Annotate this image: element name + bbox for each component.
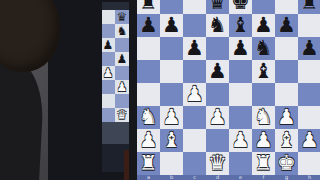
white-pawn: ♟ (208, 106, 227, 129)
square-b3[interactable]: ♟ (160, 106, 183, 129)
square-c3 (102, 80, 115, 94)
square-d2 (115, 94, 129, 108)
white-pawn: ♟ (277, 106, 296, 129)
square-b5[interactable] (160, 60, 183, 83)
square-h4[interactable] (298, 83, 320, 106)
square-c7 (102, 24, 115, 38)
square-h6[interactable]: ♟ (298, 37, 320, 60)
square-g7[interactable]: ♟ (275, 14, 298, 37)
square-g4[interactable] (275, 83, 298, 106)
white-pawn: ♟ (139, 129, 158, 152)
black-pawn: ♟ (139, 14, 158, 37)
square-e5[interactable] (229, 60, 252, 83)
black-pawn: ♟ (162, 14, 181, 37)
square-h1[interactable] (298, 152, 320, 175)
square-c6[interactable]: ♟ (183, 37, 206, 60)
square-d8[interactable]: ♛ (206, 0, 229, 14)
black-pawn: ♟ (254, 14, 273, 37)
black-knight: ♞ (208, 14, 227, 37)
square-e1[interactable] (229, 152, 252, 175)
square-c4: ♟ (102, 66, 115, 80)
black-pawn: ♟ (103, 38, 114, 52)
square-f2[interactable]: ♟ (252, 129, 275, 152)
square-e6[interactable]: ♟ (229, 37, 252, 60)
white-pawn: ♟ (103, 66, 114, 80)
square-c8 (102, 10, 115, 24)
square-g1[interactable]: ♚ (275, 152, 298, 175)
file-label-g: g (275, 175, 298, 180)
white-pawn: ♟ (185, 83, 204, 106)
white-pawn: ♟ (231, 129, 250, 152)
white-rook: ♜ (139, 152, 158, 175)
square-d6 (115, 38, 129, 52)
video-frame: ♜♛♚♜♟♟♞♝♟♟♟♟♞♟♟♝♟♞♟♟♞♟♟♝♟♟♝♟♜♛♜♚ ♜♛♚♜♟♟♞… (0, 0, 320, 180)
black-pawn: ♟ (231, 37, 250, 60)
square-g5[interactable] (275, 60, 298, 83)
white-queen: ♛ (208, 152, 227, 175)
square-g2[interactable]: ♝ (275, 129, 298, 152)
square-d4[interactable] (206, 83, 229, 106)
square-a4[interactable] (137, 83, 160, 106)
square-c4[interactable]: ♟ (183, 83, 206, 106)
presenter-monitor: ♜♛♚♜♟♟♞♝♟♟♟♟♞♟♟♝♟♞♟♟♞♟♟♝♟♟♝♟♜♛♜♚ (48, 0, 132, 180)
square-b7[interactable]: ♟ (160, 14, 183, 37)
square-f3[interactable]: ♞ (252, 106, 275, 129)
square-g8[interactable] (275, 0, 298, 14)
square-f1[interactable]: ♜ (252, 152, 275, 175)
white-bishop: ♝ (162, 129, 181, 152)
square-a5[interactable] (137, 60, 160, 83)
square-d3: ♟ (115, 80, 129, 94)
square-b2[interactable]: ♝ (160, 129, 183, 152)
white-pawn: ♟ (162, 106, 181, 129)
square-h3[interactable] (298, 106, 320, 129)
square-b1[interactable] (160, 152, 183, 175)
square-f5[interactable]: ♝ (252, 60, 275, 83)
square-h7[interactable] (298, 14, 320, 37)
white-knight: ♞ (139, 106, 158, 129)
square-c5[interactable] (183, 60, 206, 83)
square-b4[interactable] (160, 83, 183, 106)
square-e4[interactable] (229, 83, 252, 106)
black-pawn: ♟ (208, 60, 227, 83)
square-a6[interactable] (137, 37, 160, 60)
square-f4[interactable] (252, 83, 275, 106)
square-c7[interactable] (183, 14, 206, 37)
file-coordinates-strip: abcdefgh (137, 175, 320, 180)
square-c2 (102, 94, 115, 108)
file-label-f: f (252, 175, 275, 180)
black-knight: ♞ (254, 37, 273, 60)
square-f6[interactable]: ♞ (252, 37, 275, 60)
square-a8[interactable]: ♜ (137, 0, 160, 14)
square-d2[interactable] (206, 129, 229, 152)
square-f8[interactable] (252, 0, 275, 14)
black-bishop: ♝ (254, 60, 273, 83)
square-d4 (115, 66, 129, 80)
white-pawn: ♟ (254, 129, 273, 152)
square-d7[interactable]: ♞ (206, 14, 229, 37)
square-g3[interactable]: ♟ (275, 106, 298, 129)
black-pawn: ♟ (185, 37, 204, 60)
square-d3[interactable]: ♟ (206, 106, 229, 129)
square-h8[interactable]: ♜ (298, 0, 320, 14)
square-c1[interactable] (183, 152, 206, 175)
file-label-a: a (137, 175, 160, 180)
file-label-d: d (206, 175, 229, 180)
white-rook: ♜ (254, 152, 273, 175)
black-queen: ♛ (208, 0, 227, 14)
black-king: ♚ (231, 0, 250, 14)
black-knight: ♞ (117, 24, 128, 38)
demo-chess-board: ♜♛♚♜♟♟♞♝♟♟♟♟♞♟♟♝♟♞♟♟♞♟♟♝♟♟♝♟♜♛♜♚ (137, 0, 320, 175)
white-king: ♚ (277, 152, 296, 175)
square-h5[interactable] (298, 60, 320, 83)
square-f7[interactable]: ♟ (252, 14, 275, 37)
square-g6[interactable] (275, 37, 298, 60)
square-h2[interactable]: ♟ (298, 129, 320, 152)
square-a1[interactable]: ♜ (137, 152, 160, 175)
file-label-c: c (183, 175, 206, 180)
square-b8[interactable] (160, 0, 183, 14)
black-pawn: ♟ (117, 52, 128, 66)
black-queen: ♛ (117, 10, 128, 24)
square-d5[interactable]: ♟ (206, 60, 229, 83)
file-label-e: e (229, 175, 252, 180)
white-queen: ♛ (117, 108, 128, 122)
square-e7[interactable]: ♝ (229, 14, 252, 37)
black-rook: ♜ (139, 0, 158, 14)
square-c2[interactable] (183, 129, 206, 152)
square-d8: ♛ (115, 10, 129, 24)
square-d7: ♞ (115, 24, 129, 38)
square-a3[interactable]: ♞ (137, 106, 160, 129)
file-label-b: b (160, 175, 183, 180)
black-pawn: ♟ (277, 14, 296, 37)
square-c6: ♟ (102, 38, 115, 52)
square-e2[interactable]: ♟ (229, 129, 252, 152)
square-c1 (102, 108, 115, 122)
square-a2[interactable]: ♟ (137, 129, 160, 152)
black-rook: ♜ (300, 0, 319, 14)
square-d5: ♟ (115, 52, 129, 66)
square-c5 (102, 52, 115, 66)
square-b6[interactable] (160, 37, 183, 60)
white-bishop: ♝ (277, 129, 296, 152)
square-c8[interactable] (183, 0, 206, 14)
black-pawn: ♟ (300, 37, 319, 60)
square-d1[interactable]: ♛ (206, 152, 229, 175)
square-a7[interactable]: ♟ (137, 14, 160, 37)
white-knight: ♞ (254, 106, 273, 129)
square-e3[interactable] (229, 106, 252, 129)
black-bishop: ♝ (231, 14, 250, 37)
square-c3[interactable] (183, 106, 206, 129)
white-pawn: ♟ (300, 129, 319, 152)
square-d6[interactable] (206, 37, 229, 60)
square-d1: ♛ (115, 108, 129, 122)
square-e8[interactable]: ♚ (229, 0, 252, 14)
file-label-h: h (298, 175, 320, 180)
white-pawn: ♟ (117, 80, 128, 94)
